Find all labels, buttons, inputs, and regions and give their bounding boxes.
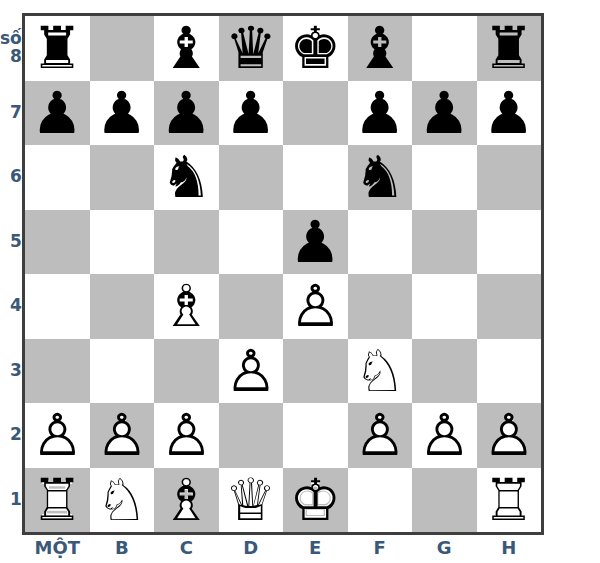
square-f5[interactable] [348, 210, 413, 275]
square-c1[interactable]: ♝♗ [154, 468, 219, 533]
piece-fill-white-knight: ♞ [351, 342, 409, 400]
piece-black-pawn: ♟ [477, 81, 542, 146]
piece-fill-white-pawn: ♟ [480, 406, 538, 464]
square-a2[interactable]: ♟♙ [25, 403, 90, 468]
file-label-c: C [154, 537, 219, 558]
square-b1[interactable]: ♞♘ [90, 468, 155, 533]
piece-fill-white-bishop: ♝ [157, 471, 215, 529]
piece-black-queen: ♛ [219, 16, 284, 81]
square-d2[interactable] [219, 403, 284, 468]
square-f2[interactable]: ♟♙ [348, 403, 413, 468]
piece-white-pawn: ♙ [348, 403, 413, 468]
piece-black-rook: ♜ [25, 16, 90, 81]
piece-black-bishop: ♝ [348, 16, 413, 81]
square-c2[interactable]: ♟♙ [154, 403, 219, 468]
square-f4[interactable] [348, 274, 413, 339]
rank-labels-column: số 87654321 [0, 13, 22, 535]
file-label-f: F [348, 537, 413, 558]
square-e2[interactable] [283, 403, 348, 468]
square-g7[interactable]: ♟ [412, 81, 477, 146]
square-h7[interactable]: ♟ [477, 81, 542, 146]
square-a7[interactable]: ♟ [25, 81, 90, 146]
piece-white-pawn: ♙ [477, 403, 542, 468]
square-h6[interactable] [477, 145, 542, 210]
square-c4[interactable]: ♝♗ [154, 274, 219, 339]
piece-white-bishop: ♗ [154, 274, 219, 339]
file-label-h: H [477, 537, 542, 558]
square-b3[interactable] [90, 339, 155, 404]
square-a3[interactable] [25, 339, 90, 404]
piece-fill-white-pawn: ♟ [93, 406, 151, 464]
square-c5[interactable] [154, 210, 219, 275]
file-label-g: G [412, 537, 477, 558]
square-e4[interactable]: ♟♙ [283, 274, 348, 339]
square-d5[interactable] [219, 210, 284, 275]
file-label-a: MỘT [25, 537, 90, 558]
piece-white-pawn: ♙ [90, 403, 155, 468]
square-h2[interactable]: ♟♙ [477, 403, 542, 468]
square-e3[interactable] [283, 339, 348, 404]
piece-black-pawn: ♟ [90, 81, 155, 146]
square-f6[interactable]: ♞ [348, 145, 413, 210]
piece-white-knight: ♘ [90, 468, 155, 533]
piece-black-bishop: ♝ [154, 16, 219, 81]
square-e1[interactable]: ♚♔ [283, 468, 348, 533]
piece-white-king: ♔ [283, 468, 348, 533]
square-h3[interactable] [477, 339, 542, 404]
piece-white-bishop: ♗ [154, 468, 219, 533]
piece-fill-white-rook: ♜ [480, 471, 538, 529]
piece-fill-white-knight: ♞ [93, 471, 151, 529]
square-g2[interactable]: ♟♙ [412, 403, 477, 468]
square-b4[interactable] [90, 274, 155, 339]
piece-fill-white-bishop: ♝ [157, 277, 215, 335]
square-a5[interactable] [25, 210, 90, 275]
piece-fill-white-pawn: ♟ [222, 342, 280, 400]
piece-black-pawn: ♟ [412, 81, 477, 146]
piece-fill-white-pawn: ♟ [415, 406, 473, 464]
square-c8[interactable]: ♝ [154, 16, 219, 81]
piece-fill-white-pawn: ♟ [157, 406, 215, 464]
square-b2[interactable]: ♟♙ [90, 403, 155, 468]
piece-fill-white-queen: ♛ [222, 471, 280, 529]
piece-fill-white-pawn: ♟ [351, 406, 409, 464]
square-e8[interactable]: ♚ [283, 16, 348, 81]
square-d7[interactable]: ♟ [219, 81, 284, 146]
piece-white-pawn: ♙ [25, 403, 90, 468]
square-c7[interactable]: ♟ [154, 81, 219, 146]
square-g1[interactable] [412, 468, 477, 533]
piece-white-pawn: ♙ [219, 339, 284, 404]
square-b6[interactable] [90, 145, 155, 210]
square-g8[interactable] [412, 16, 477, 81]
square-a1[interactable]: ♜♖ [25, 468, 90, 533]
piece-black-pawn: ♟ [219, 81, 284, 146]
square-b7[interactable]: ♟ [90, 81, 155, 146]
piece-black-pawn: ♟ [25, 81, 90, 146]
piece-white-pawn: ♙ [412, 403, 477, 468]
piece-black-rook: ♜ [477, 16, 542, 81]
piece-black-knight: ♞ [154, 145, 219, 210]
piece-white-pawn: ♙ [154, 403, 219, 468]
square-f1[interactable] [348, 468, 413, 533]
square-g3[interactable] [412, 339, 477, 404]
piece-fill-white-pawn: ♟ [28, 406, 86, 464]
square-d4[interactable] [219, 274, 284, 339]
chess-board: ♜♝♛♚♝♜♟♟♟♟♟♟♟♞♞♟♝♗♟♙♟♙♞♘♟♙♟♙♟♙♟♙♟♙♟♙♜♖♞♘… [22, 13, 544, 535]
square-a6[interactable] [25, 145, 90, 210]
piece-black-pawn: ♟ [154, 81, 219, 146]
square-e5[interactable]: ♟ [283, 210, 348, 275]
piece-white-rook: ♖ [25, 468, 90, 533]
square-h1[interactable]: ♜♖ [477, 468, 542, 533]
file-label-d: D [219, 537, 284, 558]
square-e7[interactable] [283, 81, 348, 146]
square-h4[interactable] [477, 274, 542, 339]
square-g5[interactable] [412, 210, 477, 275]
square-b8[interactable] [90, 16, 155, 81]
square-h8[interactable]: ♜ [477, 16, 542, 81]
piece-black-king: ♚ [283, 16, 348, 81]
chess-diagram: số 87654321 ♜♝♛♚♝♜♟♟♟♟♟♟♟♞♞♟♝♗♟♙♟♙♞♘♟♙♟♙… [0, 13, 544, 559]
piece-fill-white-king: ♚ [286, 471, 344, 529]
square-h5[interactable] [477, 210, 542, 275]
piece-fill-white-pawn: ♟ [286, 277, 344, 335]
piece-black-pawn: ♟ [283, 210, 348, 275]
piece-white-rook: ♖ [477, 468, 542, 533]
piece-black-knight: ♞ [348, 145, 413, 210]
square-e6[interactable] [283, 145, 348, 210]
square-f3[interactable]: ♞♘ [348, 339, 413, 404]
file-labels-row: MỘTBCDEFGH [22, 535, 544, 559]
square-d3[interactable]: ♟♙ [219, 339, 284, 404]
square-d1[interactable]: ♛♕ [219, 468, 284, 533]
square-g6[interactable] [412, 145, 477, 210]
file-label-e: E [283, 537, 348, 558]
square-g4[interactable] [412, 274, 477, 339]
square-d8[interactable]: ♛ [219, 16, 284, 81]
square-f8[interactable]: ♝ [348, 16, 413, 81]
piece-white-knight: ♘ [348, 339, 413, 404]
file-label-b: B [90, 537, 155, 558]
piece-white-queen: ♕ [219, 468, 284, 533]
square-a8[interactable]: ♜ [25, 16, 90, 81]
piece-black-pawn: ♟ [348, 81, 413, 146]
piece-fill-white-rook: ♜ [28, 471, 86, 529]
square-c6[interactable]: ♞ [154, 145, 219, 210]
square-f7[interactable]: ♟ [348, 81, 413, 146]
square-d6[interactable] [219, 145, 284, 210]
square-b5[interactable] [90, 210, 155, 275]
square-a4[interactable] [25, 274, 90, 339]
piece-white-pawn: ♙ [283, 274, 348, 339]
square-c3[interactable] [154, 339, 219, 404]
